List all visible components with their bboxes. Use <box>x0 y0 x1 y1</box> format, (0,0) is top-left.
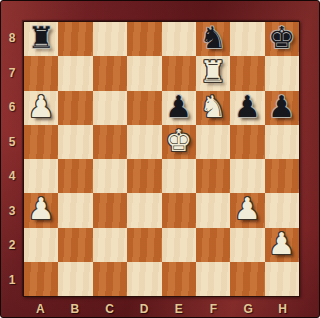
rank-label-8: 8 <box>1 21 23 56</box>
square-e8[interactable] <box>162 22 196 56</box>
square-a4[interactable] <box>24 159 58 193</box>
square-f5[interactable] <box>196 125 230 159</box>
square-a3[interactable]: ♟ <box>24 193 58 227</box>
rank-label-6: 6 <box>1 90 23 125</box>
square-e4[interactable] <box>162 159 196 193</box>
file-label-c: C <box>92 298 127 318</box>
square-e2[interactable] <box>162 228 196 262</box>
file-label-h: H <box>265 298 300 318</box>
square-d3[interactable] <box>127 193 161 227</box>
square-f2[interactable] <box>196 228 230 262</box>
white-knight[interactable]: ♞ <box>200 92 227 122</box>
square-d2[interactable] <box>127 228 161 262</box>
square-b6[interactable] <box>58 91 92 125</box>
black-knight[interactable]: ♞ <box>200 23 227 53</box>
square-h3[interactable] <box>265 193 299 227</box>
square-h2[interactable]: ♟ <box>265 228 299 262</box>
square-f1[interactable] <box>196 262 230 296</box>
black-rook[interactable]: ♜ <box>28 23 55 53</box>
square-a7[interactable] <box>24 56 58 90</box>
square-d5[interactable] <box>127 125 161 159</box>
square-g6[interactable]: ♟ <box>230 91 264 125</box>
square-c8[interactable] <box>93 22 127 56</box>
square-c3[interactable] <box>93 193 127 227</box>
square-d7[interactable] <box>127 56 161 90</box>
rank-labels: 87654321 <box>1 21 23 297</box>
square-g1[interactable] <box>230 262 264 296</box>
square-a8[interactable]: ♜ <box>24 22 58 56</box>
square-h5[interactable] <box>265 125 299 159</box>
square-a1[interactable] <box>24 262 58 296</box>
square-a5[interactable] <box>24 125 58 159</box>
rank-label-3: 3 <box>1 194 23 229</box>
white-pawn[interactable]: ♟ <box>28 92 55 122</box>
square-h4[interactable] <box>265 159 299 193</box>
black-pawn[interactable]: ♟ <box>165 92 192 122</box>
file-label-f: F <box>196 298 231 318</box>
square-f7[interactable]: ♜ <box>196 56 230 90</box>
square-c7[interactable] <box>93 56 127 90</box>
white-pawn[interactable]: ♟ <box>268 229 295 259</box>
square-g8[interactable] <box>230 22 264 56</box>
black-pawn[interactable]: ♟ <box>268 92 295 122</box>
rank-label-2: 2 <box>1 228 23 263</box>
square-c6[interactable] <box>93 91 127 125</box>
square-h6[interactable]: ♟ <box>265 91 299 125</box>
square-h1[interactable] <box>265 262 299 296</box>
square-f8[interactable]: ♞ <box>196 22 230 56</box>
rank-label-5: 5 <box>1 125 23 160</box>
square-e7[interactable] <box>162 56 196 90</box>
file-label-g: G <box>231 298 266 318</box>
square-g2[interactable] <box>230 228 264 262</box>
square-b1[interactable] <box>58 262 92 296</box>
file-label-e: E <box>162 298 197 318</box>
rank-label-4: 4 <box>1 159 23 194</box>
square-b2[interactable] <box>58 228 92 262</box>
square-a2[interactable] <box>24 228 58 262</box>
square-e5[interactable]: ♚ <box>162 125 196 159</box>
square-g7[interactable] <box>230 56 264 90</box>
square-e1[interactable] <box>162 262 196 296</box>
square-e3[interactable] <box>162 193 196 227</box>
white-rook[interactable]: ♜ <box>200 57 227 87</box>
black-pawn[interactable]: ♟ <box>234 92 261 122</box>
file-label-a: A <box>23 298 58 318</box>
square-b4[interactable] <box>58 159 92 193</box>
square-c2[interactable] <box>93 228 127 262</box>
square-d8[interactable] <box>127 22 161 56</box>
square-f3[interactable] <box>196 193 230 227</box>
chessboard-frame: 87654321 ABCDEFGH ♜♞♚♜♟♟♞♟♟♚♟♟♟ <box>0 0 320 318</box>
square-c5[interactable] <box>93 125 127 159</box>
rank-label-1: 1 <box>1 263 23 298</box>
square-b7[interactable] <box>58 56 92 90</box>
square-b3[interactable] <box>58 193 92 227</box>
white-king[interactable]: ♚ <box>165 126 192 156</box>
square-h8[interactable]: ♚ <box>265 22 299 56</box>
square-c4[interactable] <box>93 159 127 193</box>
square-g4[interactable] <box>230 159 264 193</box>
black-king[interactable]: ♚ <box>268 23 295 53</box>
square-g5[interactable] <box>230 125 264 159</box>
file-label-d: D <box>127 298 162 318</box>
square-g3[interactable]: ♟ <box>230 193 264 227</box>
square-e6[interactable]: ♟ <box>162 91 196 125</box>
square-h7[interactable] <box>265 56 299 90</box>
square-f6[interactable]: ♞ <box>196 91 230 125</box>
file-label-b: B <box>58 298 93 318</box>
square-d1[interactable] <box>127 262 161 296</box>
square-a6[interactable]: ♟ <box>24 91 58 125</box>
chess-board[interactable]: ♜♞♚♜♟♟♞♟♟♚♟♟♟ <box>23 21 300 297</box>
square-b5[interactable] <box>58 125 92 159</box>
square-d4[interactable] <box>127 159 161 193</box>
white-pawn[interactable]: ♟ <box>234 194 261 224</box>
square-d6[interactable] <box>127 91 161 125</box>
square-b8[interactable] <box>58 22 92 56</box>
square-f4[interactable] <box>196 159 230 193</box>
square-c1[interactable] <box>93 262 127 296</box>
rank-label-7: 7 <box>1 56 23 91</box>
white-pawn[interactable]: ♟ <box>28 194 55 224</box>
file-labels: ABCDEFGH <box>23 298 300 318</box>
